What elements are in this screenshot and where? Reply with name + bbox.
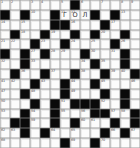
clue-number: 36: [21, 69, 25, 73]
block-cell-r14c5: [40, 128, 50, 138]
block-cell-r7c10: [90, 59, 100, 69]
cell-r6c12[interactable]: 31: [110, 49, 120, 59]
cell-r2c7[interactable]: 11Г: [60, 10, 70, 20]
cell-r14c1[interactable]: 62: [0, 128, 10, 138]
clue-number: 59: [31, 118, 35, 122]
cell-r12c12[interactable]: 57: [110, 109, 120, 119]
cell-r7c8[interactable]: [70, 59, 80, 69]
block-cell-r4c13: [120, 30, 130, 40]
block-cell-r6c1: [0, 49, 10, 59]
clue-number: 12: [71, 10, 75, 14]
block-cell-r15c10: [90, 138, 100, 148]
clue-number: 63: [11, 128, 15, 132]
clue-number: 52: [101, 99, 105, 103]
clue-number: 2: [11, 0, 13, 4]
block-cell-r15c7: [60, 138, 70, 148]
block-cell-r9c4: [30, 79, 40, 89]
clue-number: 60: [81, 118, 85, 122]
cell-r6c2[interactable]: [10, 49, 20, 59]
clue-number: 55: [61, 109, 65, 113]
cell-r9c5[interactable]: 43: [40, 79, 50, 89]
clue-number: 14: [1, 20, 5, 24]
crossword-board: 1234567891011Г12ОЛ1314151617181920212223…: [0, 0, 140, 148]
cell-r13c13[interactable]: [120, 118, 130, 128]
cell-r3c2[interactable]: [10, 20, 20, 30]
clue-number: 64: [51, 128, 55, 132]
cell-r14c9[interactable]: [80, 128, 90, 138]
block-cell-r3c7: [60, 20, 70, 30]
cell-r2c2[interactable]: [10, 10, 20, 20]
cell-r4c3[interactable]: 18: [20, 30, 30, 40]
cell-r13c9[interactable]: 60: [80, 118, 90, 128]
clue-number: 30: [91, 49, 95, 53]
cell-r2c4[interactable]: 10: [30, 10, 40, 20]
cell-r5c10[interactable]: 25: [90, 39, 100, 49]
cell-r4c1[interactable]: [0, 30, 10, 40]
cell-r2c8[interactable]: 12О: [70, 10, 80, 20]
cell-r12c13[interactable]: 58: [120, 109, 130, 119]
cell-r3c13[interactable]: [120, 20, 130, 30]
block-cell-r3c6: [50, 20, 60, 30]
cell-r6c11[interactable]: [100, 49, 110, 59]
block-cell-r7c13: [120, 59, 130, 69]
block-cell-r13c2: [10, 118, 20, 128]
clue-number: 13: [121, 10, 125, 14]
cell-r8c1[interactable]: [0, 69, 10, 79]
cell-r5c9[interactable]: [80, 39, 90, 49]
clue-number: 25: [91, 39, 95, 43]
cell-r6c7[interactable]: 29: [60, 49, 70, 59]
cell-r15c4[interactable]: [30, 138, 40, 148]
block-cell-r12c14: [130, 109, 140, 119]
cell-r14c2[interactable]: 63: [10, 128, 20, 138]
cell-r4c9[interactable]: [80, 30, 90, 40]
block-cell-r10c3: [20, 89, 30, 99]
cell-r3c12[interactable]: 17: [110, 20, 120, 30]
cell-r10c1[interactable]: 47: [0, 89, 10, 99]
clue-number: 5: [61, 0, 63, 4]
cell-r14c8[interactable]: 65: [70, 128, 80, 138]
block-cell-r5c12: [110, 39, 120, 49]
cell-r11c1[interactable]: 50: [0, 99, 10, 109]
block-cell-r11c4: [30, 99, 40, 109]
clue-number: 70: [101, 138, 105, 142]
cell-r5c8[interactable]: 24: [70, 39, 80, 49]
clue-number: 17: [111, 20, 115, 24]
clue-number: 49: [71, 89, 75, 93]
cell-r11c12[interactable]: [110, 99, 120, 109]
block-cell-r5c4: [30, 39, 40, 49]
cell-r8c9[interactable]: 38: [80, 69, 90, 79]
cell-r4c11[interactable]: 20: [100, 30, 110, 40]
cell-r7c6[interactable]: [50, 59, 60, 69]
cell-r15c5[interactable]: [40, 138, 50, 148]
clue-number: 66: [111, 128, 115, 132]
cell-r13c4[interactable]: 59: [30, 118, 40, 128]
cell-r7c2[interactable]: [10, 59, 20, 69]
clue-number: 39: [111, 69, 115, 73]
block-cell-r11c9: [80, 99, 90, 109]
cell-r11c14[interactable]: [130, 99, 140, 109]
block-cell-r2c1: [0, 10, 10, 20]
clue-number: 4: [41, 0, 43, 4]
cell-r14c7[interactable]: [60, 128, 70, 138]
cell-r15c13[interactable]: [120, 138, 130, 148]
clue-number: 8: [121, 0, 123, 4]
block-cell-r13c12: [110, 118, 120, 128]
cell-r3c4[interactable]: [30, 20, 40, 30]
cell-r1c10[interactable]: [90, 0, 100, 10]
cell-r3c14[interactable]: [130, 20, 140, 30]
clue-number: 9: [131, 0, 133, 4]
cell-r15c12[interactable]: [110, 138, 120, 148]
cell-r1c1[interactable]: 1: [0, 0, 10, 10]
cell-r4c14[interactable]: [130, 30, 140, 40]
cell-r11c3[interactable]: [20, 99, 30, 109]
cell-r1c12[interactable]: [110, 0, 120, 10]
cell-r15c6[interactable]: [50, 138, 60, 148]
clue-number: 37: [51, 69, 55, 73]
block-cell-r12c10: [90, 109, 100, 119]
clue-number: 28: [51, 49, 55, 53]
cell-r3c9[interactable]: [80, 20, 90, 30]
clue-number: 11: [61, 10, 65, 14]
block-cell-r13c8: [70, 118, 80, 128]
crossword-puzzle: 1234567891011Г12ОЛ1314151617181920212223…: [0, 0, 140, 148]
clue-number: 31: [111, 49, 115, 53]
clue-number: 56: [81, 109, 85, 113]
cell-r5c2[interactable]: 22: [10, 39, 20, 49]
cell-r14c10[interactable]: [90, 128, 100, 138]
cell-r15c3[interactable]: [20, 138, 30, 148]
clue-number: 40: [121, 69, 125, 73]
block-cell-r11c13: [120, 99, 130, 109]
clue-number: 15: [21, 20, 25, 24]
cell-r12c8[interactable]: [70, 109, 80, 119]
block-cell-r13c3: [20, 118, 30, 128]
cell-r4c6[interactable]: 19: [50, 30, 60, 40]
cell-r14c12[interactable]: 66: [110, 128, 120, 138]
block-cell-r10c11: [100, 89, 110, 99]
filled-letter: Л: [80, 10, 90, 20]
cell-r13c1[interactable]: [0, 118, 10, 128]
block-cell-r9c7: [60, 79, 70, 89]
cell-r3c1[interactable]: 14: [0, 20, 10, 30]
cell-r4c4[interactable]: [30, 30, 40, 40]
cell-r2c11[interactable]: [100, 10, 110, 20]
cell-r3c3[interactable]: 15: [20, 20, 30, 30]
block-cell-r11c8: [70, 99, 80, 109]
cell-r9c11[interactable]: 45: [100, 79, 110, 89]
cell-r5c1[interactable]: 21: [0, 39, 10, 49]
cell-r10c4[interactable]: 48: [30, 89, 40, 99]
block-cell-r14c13: [120, 128, 130, 138]
cell-r12c1[interactable]: 53: [0, 109, 10, 119]
block-cell-r5c7: [60, 39, 70, 49]
clue-number: 51: [61, 99, 65, 103]
cell-r8c13[interactable]: 40: [120, 69, 130, 79]
cell-r9c14[interactable]: 46: [130, 79, 140, 89]
clue-number: 1: [1, 0, 3, 4]
clue-number: 54: [31, 109, 35, 113]
cell-r11c7[interactable]: 51: [60, 99, 70, 109]
cell-r1c2[interactable]: 2: [10, 0, 20, 10]
cell-r3c10[interactable]: [90, 20, 100, 30]
block-cell-r13c6: [50, 118, 60, 128]
cell-r2c5[interactable]: [40, 10, 50, 20]
clue-number: 43: [41, 79, 45, 83]
cell-r2c9[interactable]: Л: [80, 10, 90, 20]
cell-r9c2[interactable]: 42: [10, 79, 20, 89]
cell-r8c10[interactable]: [90, 69, 100, 79]
cell-r7c7[interactable]: [60, 59, 70, 69]
clue-number: 33: [31, 59, 35, 63]
cell-r7c4[interactable]: 33: [30, 59, 40, 69]
cell-r9c1[interactable]: 41: [0, 79, 10, 89]
cell-r15c11[interactable]: 70: [100, 138, 110, 148]
cell-r10c5[interactable]: [40, 89, 50, 99]
block-cell-r9c10: [90, 79, 100, 89]
cell-r6c14[interactable]: [130, 49, 140, 59]
cell-r6c6[interactable]: 28: [50, 49, 60, 59]
cell-r1c13[interactable]: 8: [120, 0, 130, 10]
cell-r15c2[interactable]: [10, 138, 20, 148]
block-cell-r4c10: [90, 30, 100, 40]
block-cell-r1c8: [70, 0, 80, 10]
block-cell-r3c11: [100, 20, 110, 30]
cell-r9c6[interactable]: [50, 79, 60, 89]
block-cell-r8c2: [10, 69, 20, 79]
cell-r11c5[interactable]: [40, 99, 50, 109]
clue-number: 38: [81, 69, 85, 73]
cell-r7c11[interactable]: 35: [100, 59, 110, 69]
filled-letter: Г: [60, 10, 70, 20]
cell-r12c7[interactable]: 55: [60, 109, 70, 119]
cell-r15c1[interactable]: 68: [0, 138, 10, 148]
cell-r7c1[interactable]: 32: [0, 59, 10, 69]
clue-number: 57: [111, 109, 115, 113]
cell-r10c12[interactable]: [110, 89, 120, 99]
cell-r7c5[interactable]: [40, 59, 50, 69]
block-cell-r11c6: [50, 99, 60, 109]
block-cell-r10c7: [60, 89, 70, 99]
cell-r4c12[interactable]: [110, 30, 120, 40]
cell-r5c5[interactable]: 23: [40, 39, 50, 49]
block-cell-r2c10: [90, 10, 100, 20]
cell-r11c11[interactable]: 52: [100, 99, 110, 109]
cell-r1c4[interactable]: 3: [30, 0, 40, 10]
cell-r5c11[interactable]: [100, 39, 110, 49]
cell-r4c7[interactable]: [60, 30, 70, 40]
cell-r8c7[interactable]: [60, 69, 70, 79]
cell-r7c14[interactable]: [130, 59, 140, 69]
clue-number: 35: [101, 59, 105, 63]
cell-r1c3[interactable]: [20, 0, 30, 10]
clue-number: 48: [31, 89, 35, 93]
block-cell-r4c2: [10, 30, 20, 40]
block-cell-r11c10: [90, 99, 100, 109]
cell-r2c13[interactable]: 13: [120, 10, 130, 20]
cell-r13c10[interactable]: 61: [90, 118, 100, 128]
clue-number: 42: [11, 79, 15, 83]
cell-r10c6[interactable]: [50, 89, 60, 99]
block-cell-r8c14: [130, 69, 140, 79]
block-cell-r14c3: [20, 128, 30, 138]
cell-r10c10[interactable]: [90, 89, 100, 99]
cell-r7c12[interactable]: [110, 59, 120, 69]
block-cell-r8c5: [40, 69, 50, 79]
clue-number: 61: [91, 118, 95, 122]
cell-r6c10[interactable]: 30: [90, 49, 100, 59]
cell-r1c14[interactable]: 9: [130, 0, 140, 10]
cell-r14c14[interactable]: 67: [130, 128, 140, 138]
clue-number: 65: [71, 128, 75, 132]
cell-r3c5[interactable]: [40, 20, 50, 30]
clue-number: 26: [121, 39, 125, 43]
cell-r5c6[interactable]: [50, 39, 60, 49]
cell-r5c14[interactable]: [130, 39, 140, 49]
clue-number: 23: [41, 39, 45, 43]
cell-r3c8[interactable]: 16: [70, 20, 80, 30]
clue-number: 58: [121, 109, 125, 113]
block-cell-r6c9: [80, 49, 90, 59]
cell-r9c13[interactable]: [120, 79, 130, 89]
clue-number: 29: [61, 49, 65, 53]
block-cell-r8c11: [100, 69, 110, 79]
clue-number: 45: [101, 79, 105, 83]
cell-r9c12[interactable]: [110, 79, 120, 89]
cell-r10c14[interactable]: [130, 89, 140, 99]
cell-r10c2[interactable]: [10, 89, 20, 99]
cell-r15c9[interactable]: [80, 138, 90, 148]
cell-r1c7[interactable]: 5: [60, 0, 70, 10]
cell-r12c4[interactable]: 54: [30, 109, 40, 119]
block-cell-r7c3: [20, 59, 30, 69]
cell-r2c14[interactable]: [130, 10, 140, 20]
cell-r14c6[interactable]: 64: [50, 128, 60, 138]
clue-number: 20: [101, 30, 105, 34]
cell-r8c3[interactable]: 36: [20, 69, 30, 79]
cell-r9c8[interactable]: 44: [70, 79, 80, 89]
cell-r13c7[interactable]: [60, 118, 70, 128]
clue-number: 67: [131, 128, 135, 132]
clue-number: 21: [1, 39, 5, 43]
cell-r15c8[interactable]: 69: [70, 138, 80, 148]
clue-number: 44: [71, 79, 75, 83]
cell-r6c8[interactable]: [70, 49, 80, 59]
block-cell-r2c6: [50, 10, 60, 20]
cell-r9c3[interactable]: [20, 79, 30, 89]
block-cell-r4c5: [40, 30, 50, 40]
clue-number: 18: [21, 30, 25, 34]
clue-number: 47: [1, 89, 5, 93]
block-cell-r14c11: [100, 128, 110, 138]
clue-number: 50: [1, 99, 5, 103]
block-cell-r4c8: [70, 30, 80, 40]
cell-r13c5[interactable]: [40, 118, 50, 128]
cell-r5c13[interactable]: 26: [120, 39, 130, 49]
cell-r8c12[interactable]: 39: [110, 69, 120, 79]
cell-r1c11[interactable]: 7: [100, 0, 110, 10]
cell-r1c6[interactable]: [50, 0, 60, 10]
clue-number: 10: [31, 10, 35, 14]
cell-r11c2[interactable]: [10, 99, 20, 109]
clue-number: 53: [1, 109, 5, 113]
block-cell-r6c3: [20, 49, 30, 59]
cell-r14c4[interactable]: [30, 128, 40, 138]
cell-r7c9[interactable]: 34: [80, 59, 90, 69]
cell-r10c8[interactable]: 49: [70, 89, 80, 99]
block-cell-r2c3: [20, 10, 30, 20]
block-cell-r12c6: [50, 109, 60, 119]
clue-number: 68: [1, 138, 5, 142]
cell-r12c2[interactable]: [10, 109, 20, 119]
clue-number: 6: [81, 0, 83, 4]
cell-r15c14[interactable]: [130, 138, 140, 148]
cell-r1c5[interactable]: 4: [40, 0, 50, 10]
block-cell-r6c5: [40, 49, 50, 59]
filled-letter: О: [70, 10, 80, 20]
clue-number: 46: [131, 79, 135, 83]
cell-r8c4[interactable]: [30, 69, 40, 79]
block-cell-r13c14: [130, 118, 140, 128]
block-cell-r12c3: [20, 109, 30, 119]
cell-r10c9[interactable]: [80, 89, 90, 99]
block-cell-r6c13: [120, 49, 130, 59]
clue-number: 34: [81, 59, 85, 63]
cell-r12c5[interactable]: [40, 109, 50, 119]
clue-number: 7: [101, 0, 103, 4]
cell-r8c6[interactable]: 37: [50, 69, 60, 79]
clue-number: 62: [1, 128, 5, 132]
clue-number: 3: [31, 0, 33, 4]
cell-r9c9[interactable]: [80, 79, 90, 89]
cell-r1c9[interactable]: 6: [80, 0, 90, 10]
cell-r12c9[interactable]: 56: [80, 109, 90, 119]
clue-number: 24: [71, 39, 75, 43]
cell-r13c11[interactable]: [100, 118, 110, 128]
clue-number: 41: [1, 79, 5, 83]
clue-number: 22: [11, 39, 15, 43]
block-cell-r10c13: [120, 89, 130, 99]
cell-r6c4[interactable]: 27: [30, 49, 40, 59]
clue-number: 16: [71, 20, 75, 24]
clue-number: 32: [1, 59, 5, 63]
block-cell-r2c12: [110, 10, 120, 20]
block-cell-r8c8: [70, 69, 80, 79]
clue-number: 69: [71, 138, 75, 142]
clue-number: 27: [31, 49, 35, 53]
clue-number: 19: [51, 30, 55, 34]
block-cell-r12c11: [100, 109, 110, 119]
cell-r5c3[interactable]: [20, 39, 30, 49]
